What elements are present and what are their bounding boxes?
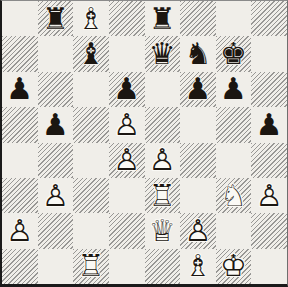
piece-black-rook: ♜: [42, 4, 69, 34]
square-b4[interactable]: [38, 143, 74, 178]
piece-black-queen: ♛: [149, 39, 176, 69]
square-d5[interactable]: ♟♙: [109, 107, 145, 142]
square-c1[interactable]: ♜♖: [73, 249, 109, 284]
square-d3[interactable]: [109, 178, 145, 213]
square-a4[interactable]: [2, 143, 38, 178]
square-f5[interactable]: [180, 107, 216, 142]
square-h5[interactable]: ♟: [251, 107, 287, 142]
piece-outline: ♔: [217, 250, 250, 283]
piece-black-pawn: ♟: [184, 74, 211, 104]
piece-black-pawn: ♟: [220, 74, 247, 104]
piece-black-pawn: ♟: [42, 110, 69, 140]
piece-white-bishop: ♝♗: [75, 2, 108, 35]
piece-outline: ♗: [75, 2, 108, 35]
square-a2[interactable]: ♟♙: [2, 213, 38, 248]
square-h4[interactable]: [251, 143, 287, 178]
square-b1[interactable]: [38, 249, 74, 284]
square-a5[interactable]: [2, 107, 38, 142]
square-b5[interactable]: ♟: [38, 107, 74, 142]
piece-outline: ♙: [181, 214, 214, 247]
square-g7[interactable]: ♚: [216, 36, 252, 71]
square-d8[interactable]: [109, 1, 145, 36]
square-d6[interactable]: ♟: [109, 72, 145, 107]
square-f2[interactable]: ♟♙: [180, 213, 216, 248]
square-d2[interactable]: [109, 213, 145, 248]
chess-diagram: ♜♝♗♜♝♛♞♚♟♟♟♟♟♟♙♟♟♙♟♙♟♙♜♖♞♘♟♙♟♙♛♕♟♙♜♖♝♗♚♔: [0, 0, 288, 287]
piece-black-rook: ♜: [149, 4, 176, 34]
square-a7[interactable]: [2, 36, 38, 71]
square-g8[interactable]: [216, 1, 252, 36]
square-c2[interactable]: [73, 213, 109, 248]
square-g2[interactable]: [216, 213, 252, 248]
piece-outline: ♙: [253, 179, 286, 212]
piece-white-pawn: ♟♙: [3, 214, 36, 247]
square-e4[interactable]: ♟♙: [145, 143, 181, 178]
square-f6[interactable]: ♟: [180, 72, 216, 107]
square-h8[interactable]: [251, 1, 287, 36]
square-d4[interactable]: ♟♙: [109, 143, 145, 178]
square-f8[interactable]: [180, 1, 216, 36]
piece-outline: ♙: [110, 144, 143, 177]
piece-white-pawn: ♟♙: [181, 214, 214, 247]
square-b3[interactable]: ♟♙: [38, 178, 74, 213]
piece-outline: ♙: [110, 108, 143, 141]
piece-outline: ♕: [146, 214, 179, 247]
square-c5[interactable]: [73, 107, 109, 142]
square-e3[interactable]: ♜♖: [145, 178, 181, 213]
square-b8[interactable]: ♜: [38, 1, 74, 36]
piece-black-knight: ♞: [184, 39, 211, 69]
square-h7[interactable]: [251, 36, 287, 71]
piece-white-queen: ♛♕: [146, 214, 179, 247]
square-e2[interactable]: ♛♕: [145, 213, 181, 248]
square-e7[interactable]: ♛: [145, 36, 181, 71]
piece-white-pawn: ♟♙: [39, 179, 72, 212]
square-b7[interactable]: [38, 36, 74, 71]
piece-black-pawn: ♟: [6, 74, 33, 104]
square-b2[interactable]: [38, 213, 74, 248]
square-a1[interactable]: [2, 249, 38, 284]
square-h6[interactable]: [251, 72, 287, 107]
square-c7[interactable]: ♝: [73, 36, 109, 71]
square-f4[interactable]: [180, 143, 216, 178]
piece-outline: ♙: [39, 179, 72, 212]
square-f1[interactable]: ♝♗: [180, 249, 216, 284]
square-h3[interactable]: ♟♙: [251, 178, 287, 213]
piece-white-pawn: ♟♙: [110, 108, 143, 141]
square-d1[interactable]: [109, 249, 145, 284]
piece-white-rook: ♜♖: [75, 250, 108, 283]
square-f7[interactable]: ♞: [180, 36, 216, 71]
square-c4[interactable]: [73, 143, 109, 178]
square-h1[interactable]: [251, 249, 287, 284]
chessboard: ♜♝♗♜♝♛♞♚♟♟♟♟♟♟♙♟♟♙♟♙♟♙♜♖♞♘♟♙♟♙♛♕♟♙♜♖♝♗♚♔: [2, 1, 287, 284]
square-c3[interactable]: [73, 178, 109, 213]
square-g3[interactable]: ♞♘: [216, 178, 252, 213]
square-b6[interactable]: [38, 72, 74, 107]
square-g4[interactable]: [216, 143, 252, 178]
piece-outline: ♖: [146, 179, 179, 212]
square-d7[interactable]: [109, 36, 145, 71]
square-e8[interactable]: ♜: [145, 1, 181, 36]
square-e1[interactable]: [145, 249, 181, 284]
piece-black-pawn: ♟: [113, 74, 140, 104]
square-a3[interactable]: [2, 178, 38, 213]
piece-black-king: ♚: [220, 39, 247, 69]
square-a8[interactable]: [2, 1, 38, 36]
piece-black-pawn: ♟: [256, 110, 283, 140]
square-e6[interactable]: [145, 72, 181, 107]
piece-outline: ♙: [3, 214, 36, 247]
square-g6[interactable]: ♟: [216, 72, 252, 107]
piece-outline: ♗: [181, 250, 214, 283]
piece-white-pawn: ♟♙: [146, 144, 179, 177]
piece-white-king: ♚♔: [217, 250, 250, 283]
piece-white-rook: ♜♖: [146, 179, 179, 212]
piece-outline: ♙: [146, 144, 179, 177]
square-c6[interactable]: [73, 72, 109, 107]
piece-outline: ♘: [217, 179, 250, 212]
square-c8[interactable]: ♝♗: [73, 1, 109, 36]
square-f3[interactable]: [180, 178, 216, 213]
square-a6[interactable]: ♟: [2, 72, 38, 107]
square-g5[interactable]: [216, 107, 252, 142]
square-g1[interactable]: ♚♔: [216, 249, 252, 284]
piece-white-knight: ♞♘: [217, 179, 250, 212]
piece-white-pawn: ♟♙: [253, 179, 286, 212]
square-h2[interactable]: [251, 213, 287, 248]
square-e5[interactable]: [145, 107, 181, 142]
piece-black-bishop: ♝: [78, 39, 105, 69]
piece-outline: ♖: [75, 250, 108, 283]
piece-white-bishop: ♝♗: [181, 250, 214, 283]
piece-white-pawn: ♟♙: [110, 144, 143, 177]
